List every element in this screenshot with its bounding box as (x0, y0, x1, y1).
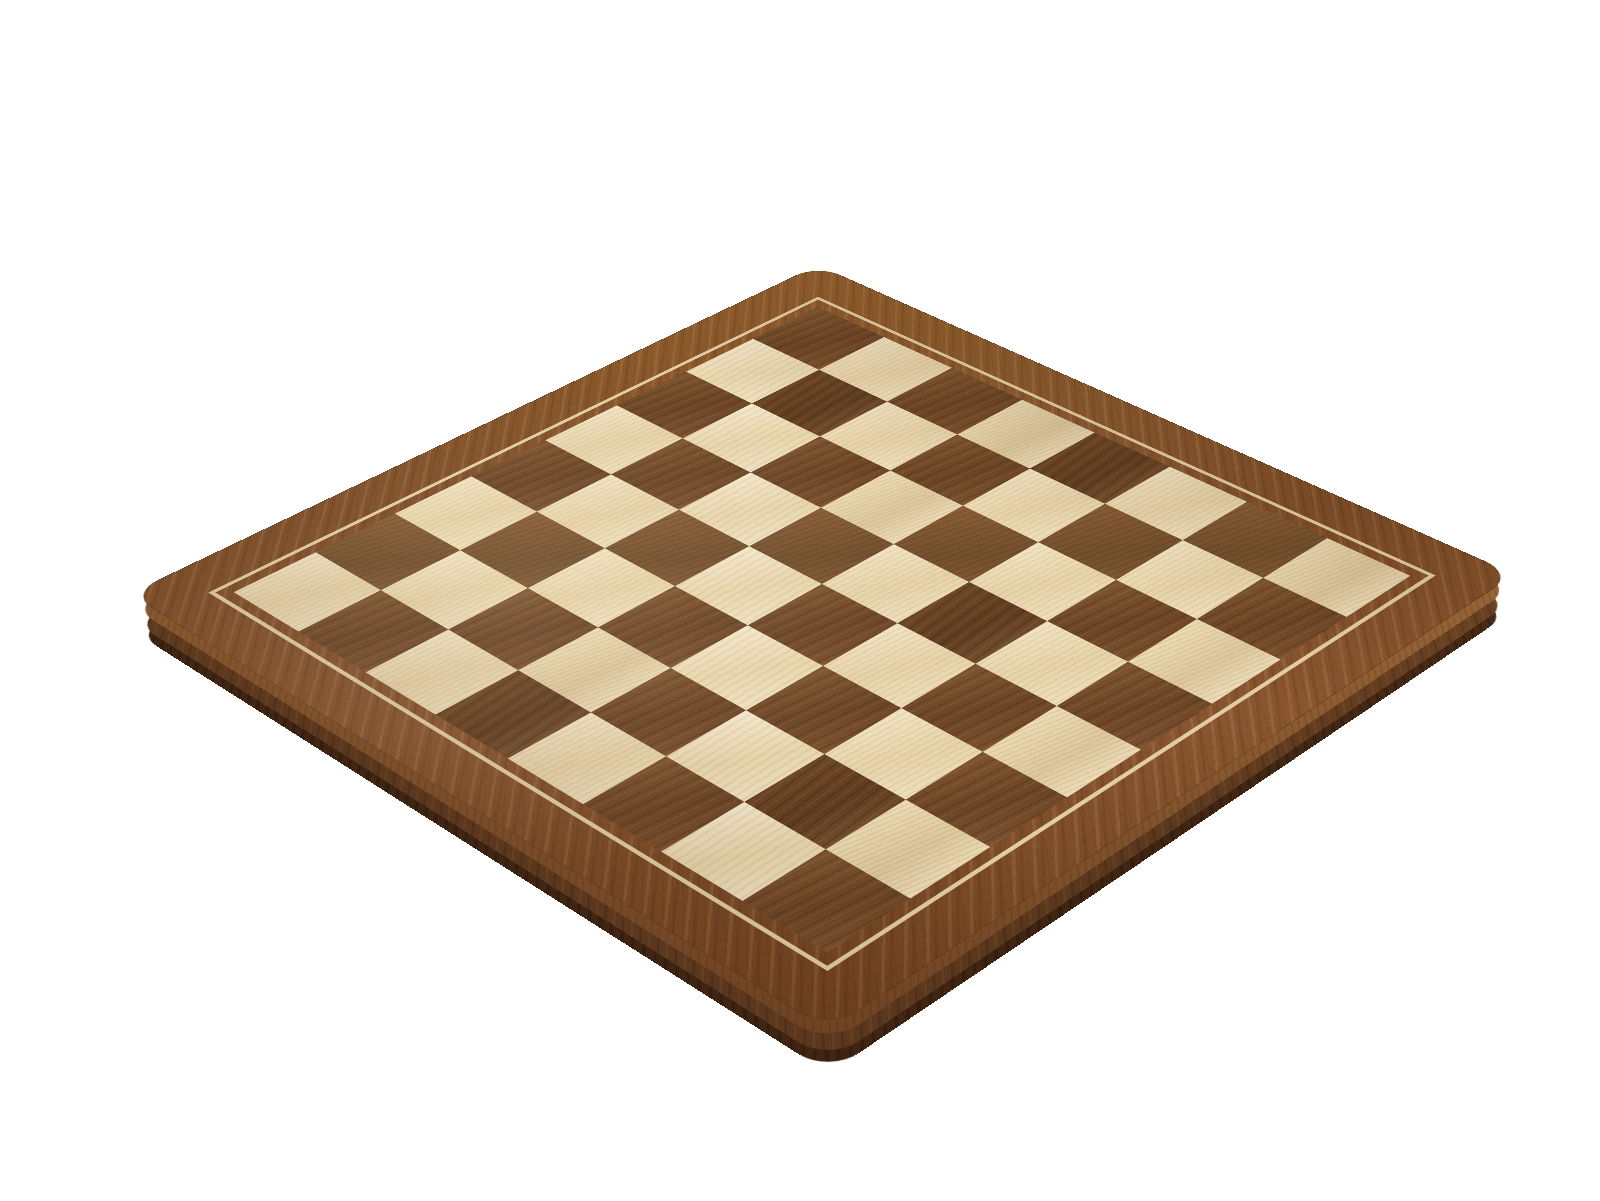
board-scene (325, 87, 1319, 1081)
chess-board (129, 265, 1515, 1031)
playing-area (234, 307, 1411, 952)
product-photo-background (0, 0, 1600, 1201)
